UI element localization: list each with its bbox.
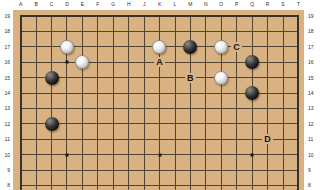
coord-number-left-13: 13: [0, 105, 10, 111]
coord-letter-G: G: [111, 1, 115, 7]
coord-number-left-8: 8: [0, 182, 10, 188]
coord-letter-J: J: [143, 1, 146, 7]
black-stone-Q14: [245, 86, 259, 100]
coord-number-right-16: 16: [308, 59, 314, 65]
point-label-B[interactable]: B: [185, 73, 196, 83]
point-label-D[interactable]: D: [262, 134, 273, 144]
black-stone-Q16: [245, 55, 259, 69]
black-stone-C15: [45, 71, 59, 85]
coord-number-right-17: 17: [308, 44, 314, 50]
coord-number-left-10: 10: [0, 152, 10, 158]
coord-number-right-18: 18: [308, 28, 314, 34]
coord-number-right-13: 13: [308, 105, 314, 111]
black-stone-M17: [183, 40, 197, 54]
coord-number-left-9: 9: [0, 167, 10, 173]
coord-letter-C: C: [50, 1, 54, 7]
coord-letter-A: A: [19, 1, 22, 7]
go-diagram: ABCD ABCDEFGHJKLMNOPQRST1919181817171616…: [0, 0, 320, 190]
coord-number-right-12: 12: [308, 121, 314, 127]
coord-letter-M: M: [188, 1, 192, 7]
coord-letter-P: P: [235, 1, 238, 7]
coord-letter-H: H: [127, 1, 131, 7]
coord-letter-R: R: [266, 1, 270, 7]
coord-letter-T: T: [297, 1, 300, 7]
white-stone-E16: [75, 55, 89, 69]
coord-letter-N: N: [204, 1, 208, 7]
coord-letter-K: K: [158, 1, 161, 7]
point-label-A[interactable]: A: [154, 57, 165, 67]
coord-number-right-19: 19: [308, 13, 314, 19]
white-stone-D17: [60, 40, 74, 54]
coord-number-left-14: 14: [0, 90, 10, 96]
coord-number-right-11: 11: [308, 136, 313, 142]
coord-number-left-16: 16: [0, 59, 10, 65]
board-cells: ABCD: [13, 8, 306, 190]
coord-number-right-14: 14: [308, 90, 314, 96]
coord-number-left-11: 11: [0, 136, 10, 142]
coord-number-left-19: 19: [0, 13, 10, 19]
coord-letter-E: E: [81, 1, 84, 7]
coord-number-right-8: 8: [308, 182, 311, 188]
coord-letter-L: L: [174, 1, 177, 7]
coord-letter-O: O: [219, 1, 223, 7]
black-stone-C12: [45, 117, 59, 131]
coord-number-left-15: 15: [0, 75, 10, 81]
coord-number-left-18: 18: [0, 28, 10, 34]
point-label-C[interactable]: C: [231, 42, 242, 52]
coord-number-right-15: 15: [308, 75, 314, 81]
coord-number-right-9: 9: [308, 167, 311, 173]
coord-letter-S: S: [281, 1, 284, 7]
go-board[interactable]: ABCD: [13, 10, 304, 190]
coord-letter-D: D: [65, 1, 69, 7]
white-stone-K17: [152, 40, 166, 54]
white-stone-O17: [214, 40, 228, 54]
coord-number-right-10: 10: [308, 152, 314, 158]
white-stone-O15: [214, 71, 228, 85]
coord-letter-B: B: [34, 1, 37, 7]
coord-letter-F: F: [96, 1, 99, 7]
coord-number-left-17: 17: [0, 44, 10, 50]
coord-number-left-12: 12: [0, 121, 10, 127]
coord-letter-Q: Q: [250, 1, 254, 7]
